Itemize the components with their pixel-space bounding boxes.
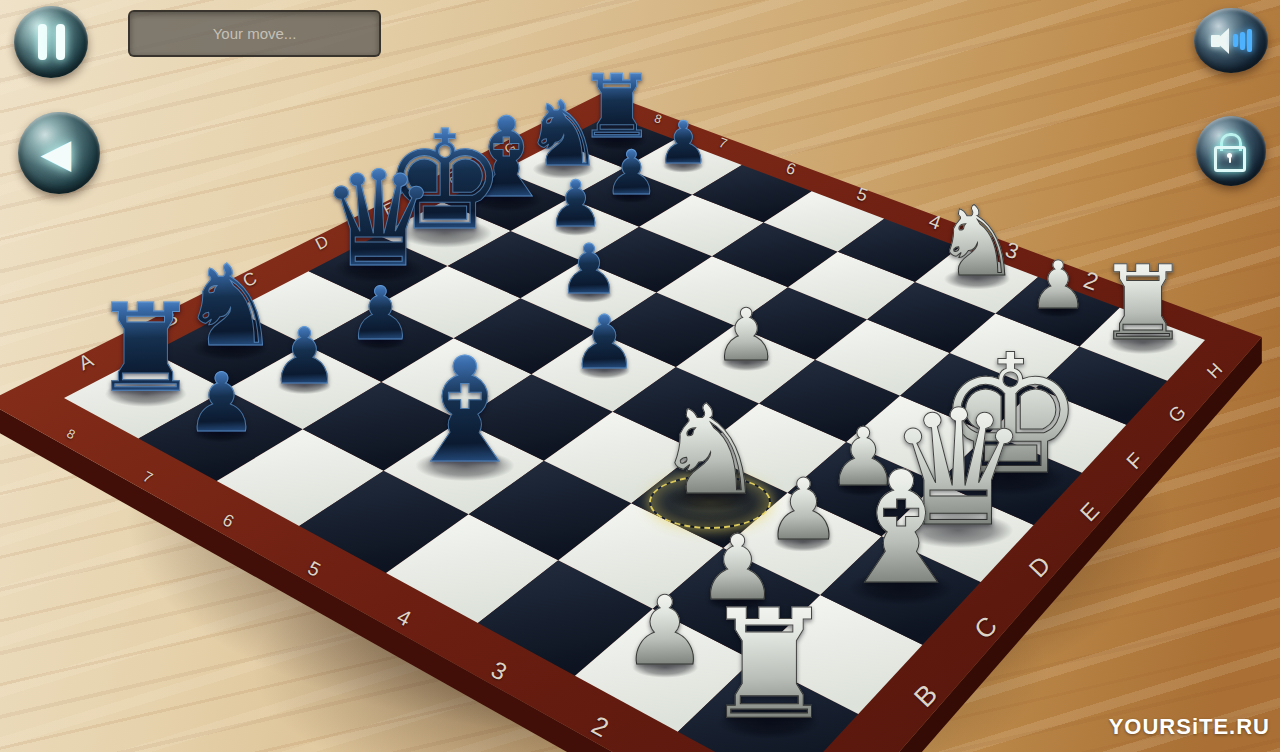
watermark-text: YOURSiTE.RU bbox=[1109, 714, 1270, 740]
pause-icon bbox=[38, 24, 47, 60]
back-arrow-icon: ◀ bbox=[41, 133, 72, 173]
speaker-volume-icon bbox=[1211, 28, 1251, 54]
pause-icon bbox=[56, 24, 65, 60]
game-screen: ABCDEFG87654328765432BCDEFGH ♜♟♞♟♝♟♚♛♞♟♟… bbox=[0, 0, 1280, 752]
lock-icon bbox=[1214, 133, 1248, 169]
move-input[interactable] bbox=[128, 10, 381, 57]
lock-button[interactable] bbox=[1196, 116, 1266, 186]
back-button[interactable]: ◀ bbox=[18, 112, 100, 194]
sound-button[interactable] bbox=[1194, 8, 1268, 73]
pause-button[interactable] bbox=[14, 6, 88, 78]
